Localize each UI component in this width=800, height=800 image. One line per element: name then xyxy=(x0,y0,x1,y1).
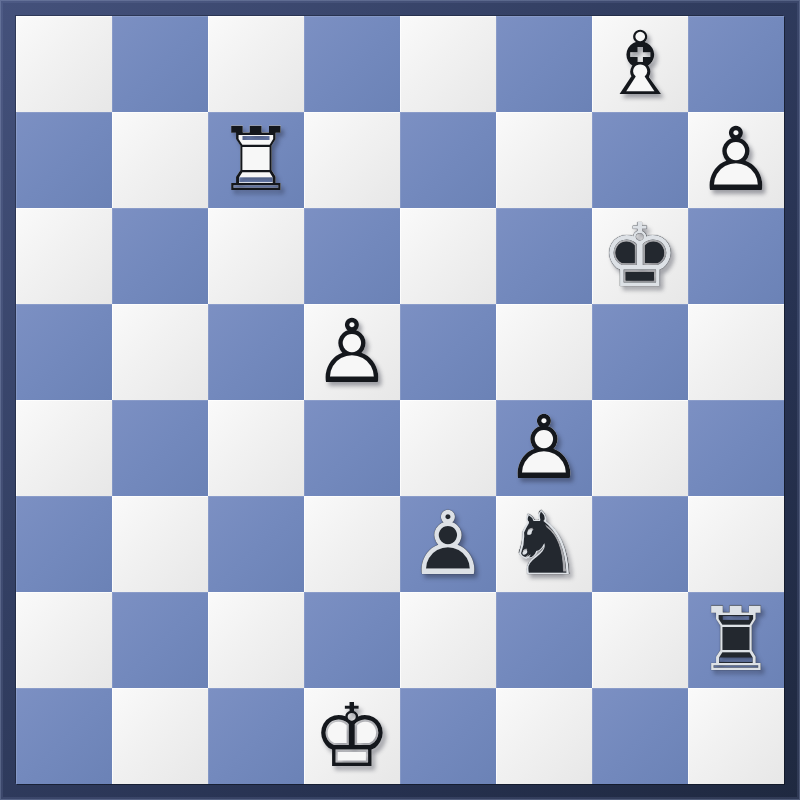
square-h2[interactable]: ♜♖ xyxy=(688,592,784,688)
square-a2[interactable] xyxy=(16,592,112,688)
square-a7[interactable] xyxy=(16,112,112,208)
square-e1[interactable] xyxy=(400,688,496,784)
square-f8[interactable] xyxy=(496,16,592,112)
square-b6[interactable] xyxy=(112,208,208,304)
square-e6[interactable] xyxy=(400,208,496,304)
square-g3[interactable] xyxy=(592,496,688,592)
square-d3[interactable] xyxy=(304,496,400,592)
square-c6[interactable] xyxy=(208,208,304,304)
square-a3[interactable] xyxy=(16,496,112,592)
square-g4[interactable] xyxy=(592,400,688,496)
square-a4[interactable] xyxy=(16,400,112,496)
square-b1[interactable] xyxy=(112,688,208,784)
square-f5[interactable] xyxy=(496,304,592,400)
square-h7[interactable]: ♟♙ xyxy=(688,112,784,208)
king-outline-glyph: ♔ xyxy=(592,208,688,304)
white-pawn-h7[interactable]: ♟♙ xyxy=(688,112,784,208)
bishop-outline-glyph: ♗ xyxy=(592,16,688,112)
square-b3[interactable] xyxy=(112,496,208,592)
square-c1[interactable] xyxy=(208,688,304,784)
square-e3[interactable]: ♟♙ xyxy=(400,496,496,592)
knight-outline-glyph: ♘ xyxy=(496,496,592,592)
square-a8[interactable] xyxy=(16,16,112,112)
white-rook-c7[interactable]: ♜♖ xyxy=(208,112,304,208)
square-d2[interactable] xyxy=(304,592,400,688)
pawn-outline-glyph: ♙ xyxy=(496,400,592,496)
square-a5[interactable] xyxy=(16,304,112,400)
square-b2[interactable] xyxy=(112,592,208,688)
square-e2[interactable] xyxy=(400,592,496,688)
square-h6[interactable] xyxy=(688,208,784,304)
pawn-outline-glyph: ♙ xyxy=(688,112,784,208)
square-b7[interactable] xyxy=(112,112,208,208)
white-pawn-f4[interactable]: ♟♙ xyxy=(496,400,592,496)
board-frame: ♝♗♜♖♟♙♚♔♟♙♟♙♟♙♞♘♜♖♚♔ xyxy=(0,0,800,800)
square-g8[interactable]: ♝♗ xyxy=(592,16,688,112)
pawn-outline-glyph: ♙ xyxy=(304,304,400,400)
square-b5[interactable] xyxy=(112,304,208,400)
square-c2[interactable] xyxy=(208,592,304,688)
square-h8[interactable] xyxy=(688,16,784,112)
square-f4[interactable]: ♟♙ xyxy=(496,400,592,496)
chess-board: ♝♗♜♖♟♙♚♔♟♙♟♙♟♙♞♘♜♖♚♔ xyxy=(16,16,784,784)
square-e7[interactable] xyxy=(400,112,496,208)
square-d1[interactable]: ♚♔ xyxy=(304,688,400,784)
square-c8[interactable] xyxy=(208,16,304,112)
square-g5[interactable] xyxy=(592,304,688,400)
square-d6[interactable] xyxy=(304,208,400,304)
square-h5[interactable] xyxy=(688,304,784,400)
square-f6[interactable] xyxy=(496,208,592,304)
square-d4[interactable] xyxy=(304,400,400,496)
pawn-outline-glyph: ♙ xyxy=(400,496,496,592)
square-e4[interactable] xyxy=(400,400,496,496)
rook-outline-glyph: ♖ xyxy=(208,112,304,208)
square-c5[interactable] xyxy=(208,304,304,400)
square-c3[interactable] xyxy=(208,496,304,592)
square-c4[interactable] xyxy=(208,400,304,496)
black-pawn-e3[interactable]: ♟♙ xyxy=(400,496,496,592)
king-outline-glyph: ♔ xyxy=(304,688,400,784)
white-bishop-g8[interactable]: ♝♗ xyxy=(592,16,688,112)
square-h3[interactable] xyxy=(688,496,784,592)
rook-outline-glyph: ♖ xyxy=(688,592,784,688)
square-e8[interactable] xyxy=(400,16,496,112)
square-b4[interactable] xyxy=(112,400,208,496)
white-king-d1[interactable]: ♚♔ xyxy=(304,688,400,784)
square-d8[interactable] xyxy=(304,16,400,112)
square-f3[interactable]: ♞♘ xyxy=(496,496,592,592)
square-e5[interactable] xyxy=(400,304,496,400)
square-f1[interactable] xyxy=(496,688,592,784)
square-a1[interactable] xyxy=(16,688,112,784)
square-g1[interactable] xyxy=(592,688,688,784)
black-knight-f3[interactable]: ♞♘ xyxy=(496,496,592,592)
square-c7[interactable]: ♜♖ xyxy=(208,112,304,208)
square-g7[interactable] xyxy=(592,112,688,208)
square-b8[interactable] xyxy=(112,16,208,112)
square-g2[interactable] xyxy=(592,592,688,688)
square-g6[interactable]: ♚♔ xyxy=(592,208,688,304)
black-king-g6[interactable]: ♚♔ xyxy=(592,208,688,304)
white-pawn-d5[interactable]: ♟♙ xyxy=(304,304,400,400)
square-h1[interactable] xyxy=(688,688,784,784)
square-a6[interactable] xyxy=(16,208,112,304)
black-rook-h2[interactable]: ♜♖ xyxy=(688,592,784,688)
square-f2[interactable] xyxy=(496,592,592,688)
square-d7[interactable] xyxy=(304,112,400,208)
square-d5[interactable]: ♟♙ xyxy=(304,304,400,400)
square-f7[interactable] xyxy=(496,112,592,208)
square-h4[interactable] xyxy=(688,400,784,496)
